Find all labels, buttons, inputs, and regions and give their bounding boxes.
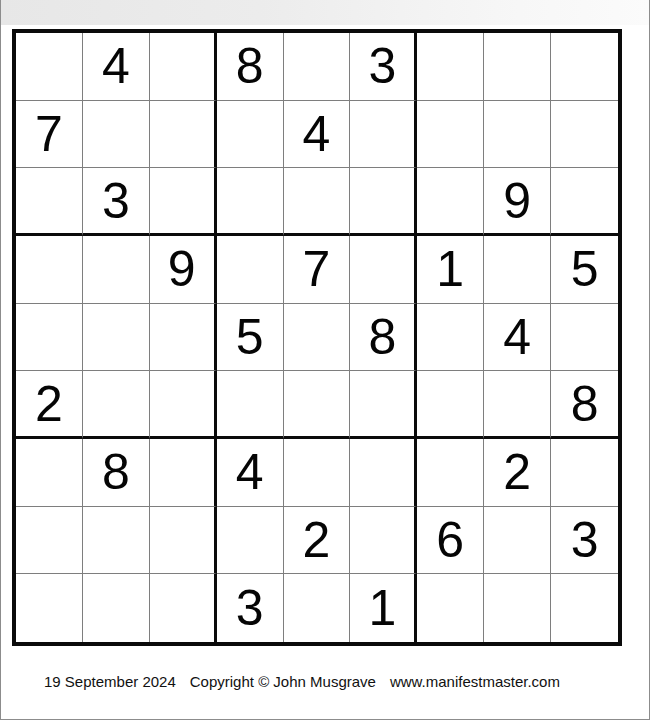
cell-r6c7[interactable] (417, 371, 484, 439)
cell-r8c2[interactable] (83, 507, 150, 575)
cell-r2c9[interactable] (551, 101, 618, 169)
cell-r3c1[interactable] (16, 168, 83, 236)
cell-r3c6[interactable] (350, 168, 417, 236)
cell-r1c8[interactable] (484, 33, 551, 101)
footer-website: www.manifestmaster.com (390, 673, 560, 690)
cell-r4c5[interactable]: 7 (284, 236, 351, 304)
cell-r6c3[interactable] (150, 371, 217, 439)
footer-date: 19 September 2024 (44, 673, 176, 690)
cell-r2c1[interactable]: 7 (16, 101, 83, 169)
cell-r1c7[interactable] (417, 33, 484, 101)
cell-r8c5[interactable]: 2 (284, 507, 351, 575)
cell-r5c1[interactable] (16, 304, 83, 372)
cell-r9c9[interactable] (551, 574, 618, 642)
cell-r7c6[interactable] (350, 439, 417, 507)
top-bar (1, 0, 649, 25)
cell-r4c2[interactable] (83, 236, 150, 304)
cell-r2c6[interactable] (350, 101, 417, 169)
cell-r7c3[interactable] (150, 439, 217, 507)
cell-r4c6[interactable] (350, 236, 417, 304)
cell-r4c7[interactable]: 1 (417, 236, 484, 304)
sudoku-board: 483743997155842884226331 (12, 29, 622, 646)
cell-r5c7[interactable] (417, 304, 484, 372)
cell-r4c4[interactable] (217, 236, 284, 304)
cell-r9c2[interactable] (83, 574, 150, 642)
cell-r3c3[interactable] (150, 168, 217, 236)
cell-r9c1[interactable] (16, 574, 83, 642)
cell-r7c9[interactable] (551, 439, 618, 507)
cell-r7c1[interactable] (16, 439, 83, 507)
cell-r8c1[interactable] (16, 507, 83, 575)
cell-r8c8[interactable] (484, 507, 551, 575)
cell-r1c9[interactable] (551, 33, 618, 101)
cell-r1c4[interactable]: 8 (217, 33, 284, 101)
cell-r1c3[interactable] (150, 33, 217, 101)
cell-r4c8[interactable] (484, 236, 551, 304)
cell-r5c9[interactable] (551, 304, 618, 372)
cell-r3c8[interactable]: 9 (484, 168, 551, 236)
cell-r3c7[interactable] (417, 168, 484, 236)
cell-r2c5[interactable]: 4 (284, 101, 351, 169)
cell-r8c3[interactable] (150, 507, 217, 575)
cell-r2c4[interactable] (217, 101, 284, 169)
cell-r2c2[interactable] (83, 101, 150, 169)
footer-copyright: Copyright © John Musgrave (190, 673, 376, 690)
cell-r4c1[interactable] (16, 236, 83, 304)
cell-r7c8[interactable]: 2 (484, 439, 551, 507)
cell-r6c8[interactable] (484, 371, 551, 439)
cell-r7c7[interactable] (417, 439, 484, 507)
cell-r1c1[interactable] (16, 33, 83, 101)
cell-r1c6[interactable]: 3 (350, 33, 417, 101)
cell-r5c8[interactable]: 4 (484, 304, 551, 372)
cell-r5c4[interactable]: 5 (217, 304, 284, 372)
cell-r8c6[interactable] (350, 507, 417, 575)
cell-r3c4[interactable] (217, 168, 284, 236)
cell-r3c2[interactable]: 3 (83, 168, 150, 236)
cell-r8c7[interactable]: 6 (417, 507, 484, 575)
cell-r8c9[interactable]: 3 (551, 507, 618, 575)
cell-r1c2[interactable]: 4 (83, 33, 150, 101)
cell-r9c8[interactable] (484, 574, 551, 642)
cell-r6c4[interactable] (217, 371, 284, 439)
cell-r3c5[interactable] (284, 168, 351, 236)
cell-r4c3[interactable]: 9 (150, 236, 217, 304)
cell-r7c5[interactable] (284, 439, 351, 507)
cell-r9c3[interactable] (150, 574, 217, 642)
cell-r6c5[interactable] (284, 371, 351, 439)
cell-r8c4[interactable] (217, 507, 284, 575)
cell-r1c5[interactable] (284, 33, 351, 101)
cell-r7c4[interactable]: 4 (217, 439, 284, 507)
footer: 19 September 2024 Copyright © John Musgr… (44, 673, 649, 690)
cell-r4c9[interactable]: 5 (551, 236, 618, 304)
cell-r2c3[interactable] (150, 101, 217, 169)
cell-r5c6[interactable]: 8 (350, 304, 417, 372)
cell-r3c9[interactable] (551, 168, 618, 236)
cell-r6c6[interactable] (350, 371, 417, 439)
cell-r2c7[interactable] (417, 101, 484, 169)
cell-r5c2[interactable] (83, 304, 150, 372)
cell-r9c7[interactable] (417, 574, 484, 642)
cell-r9c5[interactable] (284, 574, 351, 642)
cell-r7c2[interactable]: 8 (83, 439, 150, 507)
cell-r6c1[interactable]: 2 (16, 371, 83, 439)
cell-r9c4[interactable]: 3 (217, 574, 284, 642)
page: 483743997155842884226331 19 September 20… (0, 0, 650, 720)
cell-r5c3[interactable] (150, 304, 217, 372)
cell-r2c8[interactable] (484, 101, 551, 169)
cell-r5c5[interactable] (284, 304, 351, 372)
cell-r9c6[interactable]: 1 (350, 574, 417, 642)
cell-r6c2[interactable] (83, 371, 150, 439)
cell-r6c9[interactable]: 8 (551, 371, 618, 439)
